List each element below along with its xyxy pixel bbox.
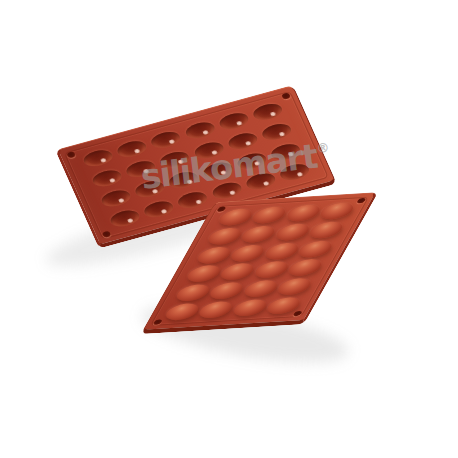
cavity [183, 120, 217, 141]
cavity [90, 168, 124, 189]
cavity [217, 111, 251, 132]
dome [217, 263, 257, 281]
cavity [243, 170, 277, 191]
cavity [192, 140, 226, 161]
cavity [124, 158, 158, 179]
cavity [226, 131, 260, 152]
dome [196, 300, 236, 318]
dome [205, 227, 245, 245]
dome [162, 302, 202, 320]
cavity [158, 149, 192, 170]
cavity [260, 121, 294, 142]
cavity [133, 178, 167, 199]
corner-hole [281, 92, 291, 100]
dome [251, 261, 291, 279]
cavity [210, 180, 244, 201]
dome [228, 244, 268, 262]
dome [262, 242, 302, 260]
corner-hole [356, 198, 367, 204]
dome [194, 246, 234, 264]
cavity [268, 141, 302, 162]
dome [283, 204, 323, 222]
dome [239, 225, 279, 243]
dome [317, 202, 357, 220]
cavity [115, 139, 149, 160]
dome [249, 206, 289, 224]
dome [275, 277, 315, 295]
dome [241, 279, 281, 297]
cavity [201, 160, 235, 181]
dome [296, 240, 336, 258]
cavity [99, 188, 133, 209]
cavity [251, 102, 285, 123]
dome [230, 298, 270, 316]
dome [273, 223, 313, 241]
cavity [235, 151, 269, 172]
product-photo: silikomart® [0, 0, 458, 458]
dome [173, 284, 213, 302]
corner-hole [66, 151, 76, 159]
cavity [81, 148, 115, 169]
cavity [176, 189, 210, 210]
dome [207, 281, 247, 299]
cavity [108, 207, 142, 228]
dome [183, 265, 223, 283]
corner-hole [152, 319, 163, 325]
cavity [149, 129, 183, 150]
corner-hole [102, 230, 112, 238]
dome [285, 258, 325, 276]
corner-hole [292, 311, 303, 317]
cavity [277, 161, 311, 182]
dome [306, 221, 346, 239]
cavity [167, 169, 201, 190]
cavity [142, 198, 176, 219]
